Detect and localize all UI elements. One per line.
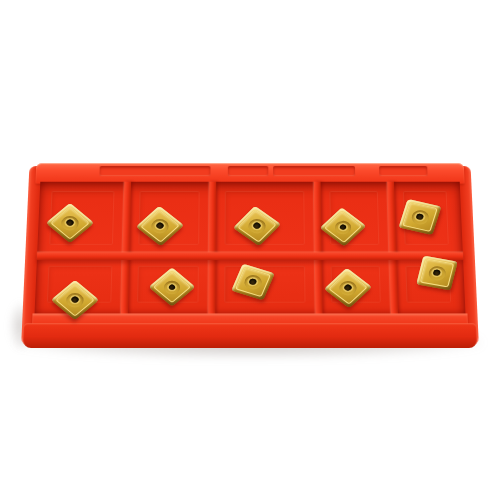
rim-notch xyxy=(273,166,355,176)
insert-chipbreaker-dish xyxy=(148,216,171,236)
carbide-insert-r2c5 xyxy=(416,256,458,291)
compartment-divider-vertical xyxy=(387,182,398,315)
insert-chipbreaker-dish xyxy=(58,213,82,233)
insert-center-hole xyxy=(65,219,75,227)
insert-chipbreaker-dish xyxy=(336,278,359,298)
rim-notch xyxy=(379,166,428,176)
tray-back-rim xyxy=(35,163,464,183)
insert-center-hole xyxy=(249,278,258,286)
compartment-divider-vertical xyxy=(314,182,323,315)
insert-chipbreaker-dish xyxy=(332,218,355,237)
insert-center-hole xyxy=(433,269,442,276)
insert-chipbreaker-dish xyxy=(242,273,263,291)
product-photo-scene xyxy=(0,0,500,500)
rim-notch xyxy=(228,166,269,176)
insert-center-hole xyxy=(70,296,80,304)
insert-center-hole xyxy=(155,222,165,230)
insert-center-hole xyxy=(252,222,262,230)
compartment-divider-vertical xyxy=(121,182,131,315)
insert-top-face xyxy=(235,267,271,297)
insert-center-hole xyxy=(343,284,353,292)
tray-front-wall xyxy=(23,323,477,348)
compartment-divider-horizontal xyxy=(37,252,463,260)
rim-notch xyxy=(99,166,210,176)
insert-storage-tray xyxy=(23,163,477,348)
insert-chipbreaker-dish xyxy=(427,264,447,281)
insert-top-face xyxy=(402,202,438,232)
compartment-divider-vertical xyxy=(208,182,216,315)
insert-center-hole xyxy=(416,213,425,220)
insert-top-face xyxy=(420,259,454,288)
insert-chipbreaker-dish xyxy=(409,208,430,226)
insert-chipbreaker-dish xyxy=(63,290,87,310)
insert-chipbreaker-dish xyxy=(245,216,268,236)
insert-chipbreaker-dish xyxy=(161,277,184,296)
insert-center-hole xyxy=(338,223,347,231)
insert-center-hole xyxy=(167,283,177,291)
